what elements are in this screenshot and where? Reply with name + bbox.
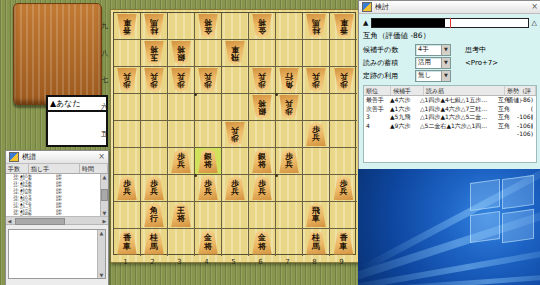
board-cell[interactable] [330, 202, 357, 229]
gote-piece[interactable]: 歩兵 [116, 176, 138, 200]
board-cell[interactable] [168, 121, 195, 148]
board-cell[interactable] [195, 121, 222, 148]
board-cell[interactable]: 飛車 [303, 202, 330, 229]
sente-piece[interactable]: 歩兵 [116, 68, 138, 92]
board-cell[interactable]: 歩兵 [141, 67, 168, 94]
board-cell[interactable]: 金将 [249, 229, 276, 256]
rank-label: 六 [100, 93, 109, 120]
sente-piece[interactable]: 歩兵 [197, 68, 219, 92]
board-cell[interactable]: 歩兵 [276, 148, 303, 175]
gote-piece[interactable]: 歩兵 [170, 149, 192, 173]
board-cell[interactable]: 金将 [195, 13, 222, 40]
evaluation-bar-center-tick [450, 18, 451, 28]
board-grid: 香車桂馬金将金将桂馬香車玉将銀将飛車歩兵歩兵歩兵歩兵歩兵角行歩兵歩兵銀将歩兵歩兵… [113, 12, 356, 255]
window-logo-pane [470, 211, 500, 243]
board-cell[interactable]: 金将 [195, 229, 222, 256]
board-cell[interactable] [303, 94, 330, 121]
evaluation-bar [371, 18, 528, 28]
board-cell[interactable]: 香車 [330, 229, 357, 256]
file-label: 7 [274, 258, 301, 267]
scroll-left-icon[interactable]: ◀ [6, 218, 13, 224]
rank-label: 八 [100, 39, 109, 66]
sente-piece[interactable]: 香車 [333, 14, 355, 38]
gote-piece[interactable]: 歩兵 [143, 176, 165, 200]
board-cell[interactable]: 玉将 [141, 40, 168, 67]
gote-piece[interactable]: 角行 [143, 203, 165, 227]
kifu-window-title: 棋譜 [22, 152, 98, 162]
board-cell[interactable]: 歩兵 [168, 148, 195, 175]
chevron-down-icon[interactable]: ▼ [441, 58, 450, 68]
evaluation-judgement: 互角（評価値 -86） [363, 31, 537, 41]
file-label: 1 [112, 258, 139, 267]
sente-player-name: ▲あなた [48, 97, 106, 112]
evaluation-bar-fill [372, 19, 445, 27]
board-cell[interactable] [276, 175, 303, 202]
board-cell[interactable]: 歩兵 [114, 175, 141, 202]
board-cell[interactable]: 歩兵 [303, 121, 330, 148]
board-cell[interactable] [249, 40, 276, 67]
scroll-right-icon[interactable]: ▶ [101, 218, 108, 224]
board-cell[interactable]: 銀将 [249, 148, 276, 175]
board-cell[interactable]: 歩兵 [330, 67, 357, 94]
rank-label: 九 [100, 12, 109, 39]
board-cell[interactable] [168, 13, 195, 40]
board-cell[interactable] [114, 121, 141, 148]
board-cell[interactable] [141, 148, 168, 175]
board-cell[interactable] [249, 121, 276, 148]
chevron-down-icon[interactable]: ▼ [441, 45, 450, 55]
kifu-close-icon[interactable]: × [98, 153, 105, 161]
board-cell[interactable] [276, 40, 303, 67]
board-cell[interactable] [276, 229, 303, 256]
candidate-moves-table: 順位 候補手 読み筋 形勢（評価値） 最善手▲4六歩△1四歩▲4七銀△1五歩…互… [363, 85, 537, 163]
candidate-move-row[interactable]: 3▲5九飛△1四歩▲1六歩△5二金…互角( -106) [364, 113, 536, 122]
board-cell[interactable] [222, 94, 249, 121]
sente-piece[interactable]: 香車 [116, 14, 138, 38]
sente-piece[interactable]: 歩兵 [170, 68, 192, 92]
shogi-board: 香車桂馬金将金将桂馬香車玉将銀将飛車歩兵歩兵歩兵歩兵歩兵角行歩兵歩兵銀将歩兵歩兵… [110, 9, 363, 263]
board-cell[interactable]: 角行 [141, 202, 168, 229]
board-cell[interactable] [114, 148, 141, 175]
gote-piece[interactable]: 飛車 [305, 203, 327, 227]
board-cell[interactable] [276, 121, 303, 148]
file-label: 6 [247, 258, 274, 267]
sente-piece[interactable]: 歩兵 [305, 68, 327, 92]
board-cell[interactable]: 歩兵 [249, 67, 276, 94]
board-cell[interactable] [330, 40, 357, 67]
search-memory-row: 読みの蓄積 活用 ▼ <Pro+7> [363, 56, 537, 69]
board-cell[interactable]: 歩兵 [195, 175, 222, 202]
board-cell[interactable] [168, 175, 195, 202]
sente-player-panel: ▲あなた [46, 95, 108, 147]
kifu-col-moveno: 手数 [6, 164, 29, 173]
gote-piece[interactable]: 香車 [333, 231, 355, 255]
sente-piece[interactable]: 歩兵 [143, 68, 165, 92]
candidate-count-row: 候補手の数 4手 ▼ 思考中 [363, 43, 537, 56]
window-logo-pane [502, 175, 534, 209]
sente-piece[interactable]: 銀将 [251, 95, 273, 119]
board-cell[interactable] [330, 121, 357, 148]
window-logo-pane [502, 209, 534, 243]
board-cell[interactable]: 金将 [249, 13, 276, 40]
candidate-count-label: 候補手の数 [363, 45, 415, 55]
kifu-move-list[interactable]: 19:▲6八銀0秒20:△3三銀0秒21:▲5七銀0秒22:△6四銀0秒23:▲… [6, 174, 108, 217]
board-cell[interactable]: 歩兵 [141, 175, 168, 202]
gote-piece[interactable]: 金将 [197, 231, 219, 255]
board-cell[interactable] [303, 175, 330, 202]
gote-piece[interactable]: 歩兵 [278, 149, 300, 173]
gote-mark: △ [532, 19, 537, 27]
board-cell[interactable]: 銀将 [195, 148, 222, 175]
kifu-window-icon [9, 152, 19, 162]
board-cell[interactable] [276, 13, 303, 40]
gote-piece[interactable]: 歩兵 [197, 176, 219, 200]
board-cell[interactable] [168, 229, 195, 256]
kifu-table-header: 手数 指し手 時間 [6, 164, 108, 174]
candidate-count-select[interactable]: 4手 ▼ [415, 44, 451, 56]
analysis-close-icon[interactable]: × [531, 3, 538, 11]
board-cell[interactable]: 歩兵 [222, 121, 249, 148]
board-cell[interactable]: 銀将 [249, 94, 276, 121]
kifu-titlebar[interactable]: 棋譜 × [6, 151, 108, 164]
file-label: 9 [328, 258, 355, 267]
hscrollbar-thumb[interactable] [15, 218, 65, 225]
analysis-window: 検討 × ▲ △ 互角（評価値 -86） 候補手の数 4手 ▼ 思考中 読みの蓄… [358, 0, 540, 171]
board-cell[interactable] [141, 94, 168, 121]
board-cell[interactable]: 桂馬 [141, 13, 168, 40]
board-cell[interactable]: 香車 [114, 229, 141, 256]
evaluation-bar-row: ▲ △ [363, 18, 537, 28]
kifu-col-move: 指し手 [29, 164, 80, 173]
board-cell[interactable] [330, 94, 357, 121]
thinking-status: 思考中 [465, 45, 486, 55]
board-cell[interactable]: 香車 [330, 13, 357, 40]
scroll-down-icon[interactable]: ▼ [100, 272, 104, 278]
board-cell[interactable]: 銀将 [168, 40, 195, 67]
kifu-vertical-scrollbar[interactable]: ▲ ▼ [100, 174, 108, 216]
sente-piece[interactable]: 桂馬 [305, 14, 327, 38]
comment-scrollbar[interactable]: ▲ ▼ [97, 230, 105, 278]
board-cell[interactable]: 歩兵 [303, 67, 330, 94]
file-label: 4 [193, 258, 220, 267]
board-cell[interactable]: 歩兵 [168, 67, 195, 94]
scrollbar-thumb[interactable] [101, 189, 108, 201]
scroll-up-icon[interactable]: ▲ [100, 230, 104, 236]
rank-label: 七 [100, 66, 109, 93]
board-cell[interactable]: 歩兵 [249, 175, 276, 202]
engine-level-label: <Pro+7> [465, 59, 498, 67]
window-logo-pane [470, 179, 500, 211]
sente-mark: ▲ [363, 19, 368, 27]
gote-piece[interactable]: 銀将 [251, 149, 273, 173]
board-cell[interactable] [168, 94, 195, 121]
file-label: 2 [139, 258, 166, 267]
kifu-comment-box[interactable]: ▲ ▼ [8, 229, 106, 279]
gote-piece[interactable]: 桂馬 [305, 231, 327, 255]
board-cell[interactable]: 歩兵 [114, 67, 141, 94]
board-cell[interactable] [276, 202, 303, 229]
board-cell[interactable] [114, 40, 141, 67]
scroll-down-icon[interactable]: ▼ [103, 210, 107, 216]
scroll-up-icon[interactable]: ▲ [103, 174, 107, 180]
kifu-move-row[interactable]: 30:△4四銀0秒 [6, 212, 108, 215]
board-cell[interactable] [195, 94, 222, 121]
board-cell[interactable] [222, 67, 249, 94]
joseki-use-label: 定跡の利用 [363, 71, 415, 81]
board-cell[interactable]: 歩兵 [276, 94, 303, 121]
joseki-use-select[interactable]: 無し ▼ [415, 70, 451, 82]
gote-piece[interactable]: 歩兵 [305, 122, 327, 146]
board-cell[interactable] [222, 148, 249, 175]
sente-piece[interactable]: 歩兵 [278, 95, 300, 119]
board-cell[interactable]: 飛車 [222, 40, 249, 67]
sente-piece[interactable]: 歩兵 [251, 68, 273, 92]
board-cell[interactable] [303, 40, 330, 67]
search-memory-label: 読みの蓄積 [363, 58, 415, 68]
file-label: 3 [166, 258, 193, 267]
board-cell[interactable] [222, 229, 249, 256]
board-cell[interactable] [114, 202, 141, 229]
gote-piece[interactable]: 歩兵 [333, 176, 355, 200]
board-cell[interactable]: 角行 [276, 67, 303, 94]
sente-piece[interactable]: 歩兵 [333, 68, 355, 92]
analysis-window-title: 検討 [375, 2, 531, 12]
board-cell[interactable]: 香車 [114, 13, 141, 40]
gote-piece[interactable]: 銀将 [197, 149, 219, 173]
board-cell[interactable]: 桂馬 [303, 229, 330, 256]
kifu-col-time: 時間 [80, 164, 108, 173]
gote-piece[interactable]: 金将 [251, 231, 273, 255]
gote-piece[interactable]: 桂馬 [143, 231, 165, 255]
screenshot-root: { "game": "shogi", "app_context": "shogi… [0, 0, 540, 285]
board-cell[interactable] [222, 13, 249, 40]
sente-piece[interactable]: 角行 [278, 68, 300, 92]
rank-label: 五 [100, 120, 109, 147]
gote-piece[interactable]: 歩兵 [224, 176, 246, 200]
board-cell[interactable]: 王将 [168, 202, 195, 229]
board-cell[interactable] [114, 94, 141, 121]
board-cell[interactable] [249, 202, 276, 229]
board-cell[interactable]: 歩兵 [195, 67, 222, 94]
candidate-move-row[interactable]: 最善手▲4六歩△1四歩▲4七銀△1五歩…互角( -86) [364, 96, 536, 105]
file-label: 5 [220, 258, 247, 267]
board-cell[interactable] [330, 148, 357, 175]
board-cell[interactable]: 歩兵 [222, 175, 249, 202]
sente-piece[interactable]: 歩兵 [224, 122, 246, 146]
file-label: 8 [301, 258, 328, 267]
chevron-down-icon[interactable]: ▼ [441, 71, 450, 81]
board-cell[interactable] [141, 121, 168, 148]
analysis-titlebar[interactable]: 検討 × [359, 1, 540, 14]
sente-piece[interactable]: 玉将 [143, 41, 165, 65]
kifu-window: 棋譜 × 手数 指し手 時間 19:▲6八銀0秒20:△3三銀0秒21:▲5七銀… [5, 150, 109, 285]
board-cell[interactable]: 桂馬 [141, 229, 168, 256]
file-labels: 123456789 [112, 258, 355, 267]
sente-piece[interactable]: 金将 [197, 14, 219, 38]
analysis-window-icon [362, 2, 372, 12]
board-cell[interactable] [195, 40, 222, 67]
candidate-move-row[interactable]: 4▲9六歩△5二金右▲1六歩△1四…互角( -106) [364, 122, 536, 131]
board-cell[interactable] [303, 148, 330, 175]
joseki-use-row: 定跡の利用 無し ▼ [363, 69, 537, 82]
sente-piece[interactable]: 飛車 [224, 41, 246, 65]
gote-piece[interactable]: 香車 [116, 231, 138, 255]
windows-desktop-wallpaper [358, 169, 540, 285]
board-cell[interactable]: 桂馬 [303, 13, 330, 40]
board-cell[interactable] [222, 202, 249, 229]
sente-piece[interactable]: 金将 [251, 14, 273, 38]
gote-piece[interactable]: 王将 [170, 203, 192, 227]
sente-piece[interactable]: 桂馬 [143, 14, 165, 38]
kifu-horizontal-scrollbar[interactable]: ◀ ▶ [6, 217, 108, 225]
candidate-move-row[interactable]: 次善手▲1六歩△1四歩▲4六歩△7三桂…互角( -106) [364, 105, 536, 114]
sente-piece[interactable]: 銀将 [170, 41, 192, 65]
candidate-table-header: 順位 候補手 読み筋 形勢（評価値） [364, 86, 536, 96]
board-cell[interactable] [195, 202, 222, 229]
board-cell[interactable]: 歩兵 [330, 175, 357, 202]
gote-piece[interactable]: 歩兵 [251, 176, 273, 200]
search-memory-select[interactable]: 活用 ▼ [415, 57, 451, 69]
gote-captured-pieces-stand [13, 3, 102, 105]
